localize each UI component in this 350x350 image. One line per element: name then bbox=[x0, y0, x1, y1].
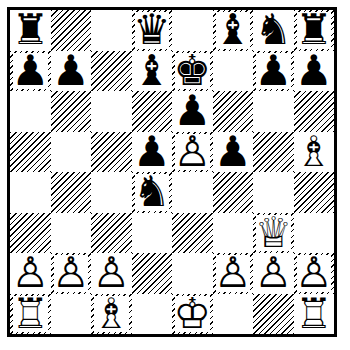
square-f5[interactable]: ♟ bbox=[213, 132, 254, 173]
square-d3[interactable] bbox=[132, 213, 173, 254]
piece-black-bishop: ♝ bbox=[132, 51, 173, 92]
square-e2[interactable] bbox=[172, 253, 213, 294]
square-c6[interactable] bbox=[91, 91, 132, 132]
square-e7[interactable]: ♚ bbox=[172, 51, 213, 92]
square-h4[interactable] bbox=[294, 172, 335, 213]
square-b4[interactable] bbox=[51, 172, 92, 213]
square-g4[interactable] bbox=[253, 172, 294, 213]
square-h2[interactable]: ♙ bbox=[294, 253, 335, 294]
square-e6[interactable]: ♟ bbox=[172, 91, 213, 132]
piece-white-pawn: ♙ bbox=[10, 253, 51, 294]
piece-white-pawn: ♙ bbox=[172, 132, 213, 173]
square-d2[interactable] bbox=[132, 253, 173, 294]
square-f7[interactable] bbox=[213, 51, 254, 92]
piece-black-pawn: ♟ bbox=[132, 132, 173, 173]
square-c4[interactable] bbox=[91, 172, 132, 213]
piece-black-pawn: ♟ bbox=[294, 51, 335, 92]
piece-black-knight: ♞ bbox=[132, 172, 173, 213]
piece-black-rook: ♜ bbox=[294, 10, 335, 51]
square-d1[interactable] bbox=[132, 294, 173, 335]
square-e8[interactable] bbox=[172, 10, 213, 51]
piece-white-queen: ♕ bbox=[253, 213, 294, 254]
square-c3[interactable] bbox=[91, 213, 132, 254]
square-b8[interactable] bbox=[51, 10, 92, 51]
piece-white-pawn: ♙ bbox=[51, 253, 92, 294]
square-f2[interactable]: ♙ bbox=[213, 253, 254, 294]
square-b2[interactable]: ♙ bbox=[51, 253, 92, 294]
square-d4[interactable]: ♞ bbox=[132, 172, 173, 213]
square-f6[interactable] bbox=[213, 91, 254, 132]
piece-black-bishop: ♝ bbox=[213, 10, 254, 51]
square-h6[interactable] bbox=[294, 91, 335, 132]
square-b6[interactable] bbox=[51, 91, 92, 132]
square-f1[interactable] bbox=[213, 294, 254, 335]
square-c7[interactable] bbox=[91, 51, 132, 92]
square-d8[interactable]: ♛ bbox=[132, 10, 173, 51]
piece-white-rook: ♖ bbox=[10, 294, 51, 335]
square-h3[interactable] bbox=[294, 213, 335, 254]
square-b1[interactable] bbox=[51, 294, 92, 335]
square-f3[interactable] bbox=[213, 213, 254, 254]
square-g1[interactable] bbox=[253, 294, 294, 335]
piece-white-bishop: ♗ bbox=[91, 294, 132, 335]
square-e1[interactable]: ♔ bbox=[172, 294, 213, 335]
square-h5[interactable]: ♗ bbox=[294, 132, 335, 173]
square-d7[interactable]: ♝ bbox=[132, 51, 173, 92]
chess-diagram: ♜♛♝♞♜♟♟♝♚♟♟♟♟♙♟♗♞♕♙♙♙♙♙♙♖♗♔♖ bbox=[0, 0, 350, 350]
piece-white-bishop: ♗ bbox=[294, 132, 335, 173]
square-g8[interactable]: ♞ bbox=[253, 10, 294, 51]
square-a6[interactable] bbox=[10, 91, 51, 132]
square-a1[interactable]: ♖ bbox=[10, 294, 51, 335]
piece-black-knight: ♞ bbox=[253, 10, 294, 51]
piece-white-pawn: ♙ bbox=[253, 253, 294, 294]
square-d5[interactable]: ♟ bbox=[132, 132, 173, 173]
square-g3[interactable]: ♕ bbox=[253, 213, 294, 254]
piece-white-pawn: ♙ bbox=[213, 253, 254, 294]
square-a7[interactable]: ♟ bbox=[10, 51, 51, 92]
piece-black-rook: ♜ bbox=[10, 10, 51, 51]
square-h1[interactable]: ♖ bbox=[294, 294, 335, 335]
square-b5[interactable] bbox=[51, 132, 92, 173]
square-d6[interactable] bbox=[132, 91, 173, 132]
piece-black-pawn: ♟ bbox=[172, 91, 213, 132]
piece-black-pawn: ♟ bbox=[51, 51, 92, 92]
piece-white-pawn: ♙ bbox=[294, 253, 335, 294]
square-c2[interactable]: ♙ bbox=[91, 253, 132, 294]
square-g2[interactable]: ♙ bbox=[253, 253, 294, 294]
square-e5[interactable]: ♙ bbox=[172, 132, 213, 173]
square-a2[interactable]: ♙ bbox=[10, 253, 51, 294]
piece-black-queen: ♛ bbox=[132, 10, 173, 51]
piece-black-pawn: ♟ bbox=[10, 51, 51, 92]
square-b7[interactable]: ♟ bbox=[51, 51, 92, 92]
square-c8[interactable] bbox=[91, 10, 132, 51]
square-g5[interactable] bbox=[253, 132, 294, 173]
chess-board: ♜♛♝♞♜♟♟♝♚♟♟♟♟♙♟♗♞♕♙♙♙♙♙♙♖♗♔♖ bbox=[7, 7, 337, 337]
square-a8[interactable]: ♜ bbox=[10, 10, 51, 51]
square-a3[interactable] bbox=[10, 213, 51, 254]
square-c1[interactable]: ♗ bbox=[91, 294, 132, 335]
piece-white-king: ♔ bbox=[172, 294, 213, 335]
square-c5[interactable] bbox=[91, 132, 132, 173]
piece-black-king: ♚ bbox=[172, 51, 213, 92]
square-e3[interactable] bbox=[172, 213, 213, 254]
piece-black-pawn: ♟ bbox=[253, 51, 294, 92]
square-e4[interactable] bbox=[172, 172, 213, 213]
square-h8[interactable]: ♜ bbox=[294, 10, 335, 51]
square-a4[interactable] bbox=[10, 172, 51, 213]
square-g6[interactable] bbox=[253, 91, 294, 132]
piece-black-pawn: ♟ bbox=[213, 132, 254, 173]
square-f8[interactable]: ♝ bbox=[213, 10, 254, 51]
square-h7[interactable]: ♟ bbox=[294, 51, 335, 92]
square-a5[interactable] bbox=[10, 132, 51, 173]
square-b3[interactable] bbox=[51, 213, 92, 254]
square-g7[interactable]: ♟ bbox=[253, 51, 294, 92]
piece-white-pawn: ♙ bbox=[91, 253, 132, 294]
piece-white-rook: ♖ bbox=[294, 294, 335, 335]
square-f4[interactable] bbox=[213, 172, 254, 213]
